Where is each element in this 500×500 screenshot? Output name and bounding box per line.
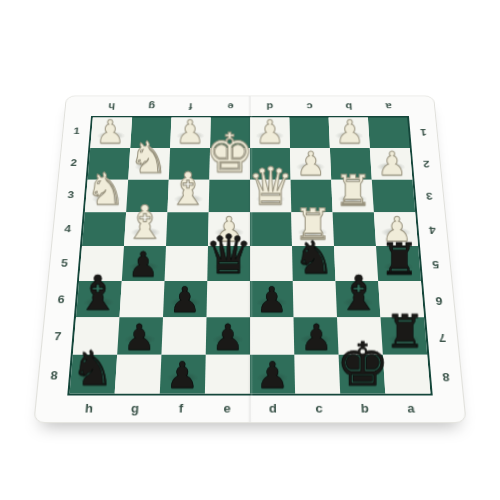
square-e3[interactable] bbox=[209, 180, 250, 213]
square-d6[interactable]: ♟ bbox=[250, 281, 293, 317]
white-bishop-f3[interactable]: ♝ bbox=[168, 169, 209, 212]
square-b6[interactable]: ♝ bbox=[335, 281, 380, 317]
rank-label-right-1: 1 bbox=[411, 116, 436, 147]
file-label-bottom-c: c bbox=[296, 397, 343, 420]
file-label-top-e: e bbox=[210, 98, 250, 115]
square-f8[interactable]: ♟ bbox=[160, 355, 206, 394]
square-f4[interactable] bbox=[166, 212, 209, 246]
square-h3[interactable]: ♞ bbox=[85, 180, 128, 213]
file-label-bottom-e: e bbox=[204, 397, 250, 420]
square-f7[interactable] bbox=[161, 317, 206, 354]
square-f5[interactable] bbox=[165, 246, 208, 281]
file-label-bottom-d: d bbox=[250, 397, 296, 420]
white-pawn-c2[interactable]: ♟ bbox=[296, 148, 325, 179]
square-a3[interactable] bbox=[372, 180, 415, 213]
square-a8[interactable] bbox=[383, 355, 431, 394]
rank-label-right-7: 7 bbox=[428, 318, 457, 356]
square-d4[interactable] bbox=[250, 212, 292, 246]
white-pawn-h1[interactable]: ♟ bbox=[96, 117, 125, 148]
file-label-top-g: g bbox=[131, 98, 171, 115]
rank-label-right-2: 2 bbox=[413, 147, 439, 179]
square-f3[interactable]: ♝ bbox=[167, 180, 209, 213]
square-c2[interactable]: ♟ bbox=[290, 148, 331, 180]
white-knight-h3[interactable]: ♞ bbox=[86, 169, 126, 211]
file-label-top-f: f bbox=[171, 98, 211, 115]
square-c7[interactable]: ♟ bbox=[293, 317, 338, 354]
white-rook-b3[interactable]: ♜ bbox=[334, 171, 372, 211]
square-d1[interactable]: ♟ bbox=[250, 118, 290, 149]
square-b8[interactable]: ♚ bbox=[339, 355, 386, 394]
black-king-b8[interactable]: ♚ bbox=[336, 335, 390, 392]
rank-label-left-3: 3 bbox=[57, 179, 83, 212]
file-label-top-h: h bbox=[91, 98, 132, 115]
square-d3[interactable]: ♛ bbox=[250, 180, 291, 213]
square-g4[interactable]: ♝ bbox=[124, 212, 167, 246]
file-label-bottom-b: b bbox=[341, 397, 388, 420]
square-e5[interactable]: ♛ bbox=[207, 246, 250, 281]
file-labels-top: hgfedcba bbox=[91, 98, 409, 115]
square-h4[interactable] bbox=[82, 212, 126, 246]
rank-label-right-8: 8 bbox=[431, 356, 460, 395]
rank-label-right-4: 4 bbox=[419, 212, 446, 246]
black-rook-a7[interactable]: ♜ bbox=[385, 311, 426, 354]
black-bishop-h6[interactable]: ♝ bbox=[76, 271, 119, 316]
black-rook-a5[interactable]: ♜ bbox=[380, 239, 419, 281]
product-photo-scene: hgfedcba hgfedcba 12345678 12345678 ♟♟♟♟… bbox=[0, 0, 500, 500]
rank-label-left-2: 2 bbox=[61, 147, 87, 179]
square-g5[interactable]: ♟ bbox=[122, 246, 166, 281]
black-pawn-e7[interactable]: ♟ bbox=[212, 320, 244, 354]
square-e6[interactable] bbox=[207, 281, 250, 317]
file-label-top-a: a bbox=[368, 98, 409, 115]
square-d8[interactable]: ♟ bbox=[250, 355, 295, 394]
square-c5[interactable]: ♞ bbox=[292, 246, 335, 281]
black-pawn-d6[interactable]: ♟ bbox=[256, 283, 288, 316]
square-g2[interactable]: ♞ bbox=[128, 148, 170, 180]
black-queen-e5[interactable]: ♛ bbox=[204, 229, 252, 280]
square-b4[interactable] bbox=[333, 212, 376, 246]
file-label-top-b: b bbox=[329, 98, 369, 115]
file-label-top-c: c bbox=[289, 98, 329, 115]
black-pawn-g5[interactable]: ♟ bbox=[128, 247, 159, 280]
square-c8[interactable] bbox=[294, 355, 340, 394]
file-label-bottom-g: g bbox=[111, 397, 158, 420]
white-bishop-g4[interactable]: ♝ bbox=[124, 202, 165, 246]
white-pawn-f1[interactable]: ♟ bbox=[176, 117, 205, 148]
rank-label-left-6: 6 bbox=[47, 281, 75, 318]
rank-label-left-1: 1 bbox=[64, 116, 89, 147]
file-label-bottom-h: h bbox=[65, 397, 113, 420]
square-h1[interactable]: ♟ bbox=[90, 118, 132, 149]
black-pawn-f8[interactable]: ♟ bbox=[166, 358, 199, 393]
rank-label-right-6: 6 bbox=[425, 281, 453, 318]
square-a2[interactable]: ♟ bbox=[370, 148, 413, 180]
square-e8[interactable] bbox=[205, 355, 250, 394]
square-g8[interactable] bbox=[115, 355, 162, 394]
black-knight-h8[interactable]: ♞ bbox=[71, 347, 114, 393]
square-c6[interactable] bbox=[293, 281, 337, 317]
white-queen-d3[interactable]: ♛ bbox=[247, 162, 294, 211]
square-h6[interactable]: ♝ bbox=[76, 281, 122, 317]
square-g6[interactable] bbox=[120, 281, 165, 317]
black-knight-c5[interactable]: ♞ bbox=[294, 237, 335, 280]
file-label-bottom-f: f bbox=[158, 397, 205, 420]
rank-label-right-5: 5 bbox=[422, 246, 449, 281]
white-pawn-d1[interactable]: ♟ bbox=[255, 117, 284, 148]
chess-board-mat: hgfedcba hgfedcba 12345678 12345678 ♟♟♟♟… bbox=[33, 96, 466, 424]
white-pawn-a2[interactable]: ♟ bbox=[377, 148, 406, 179]
square-b1[interactable]: ♟ bbox=[329, 118, 370, 149]
square-h8[interactable]: ♞ bbox=[70, 355, 118, 394]
square-e2[interactable]: ♚ bbox=[209, 148, 250, 180]
rank-label-left-8: 8 bbox=[39, 356, 68, 395]
rank-label-left-7: 7 bbox=[43, 318, 72, 356]
black-pawn-g7[interactable]: ♟ bbox=[123, 320, 155, 354]
chess-board: ♟♟♟♟♞♚♟♟♞♝♛♜♝♟♜♟♟♛♞♜♝♟♟♝♟♟♟♜♞♟♟♚ bbox=[67, 116, 432, 395]
file-label-bottom-a: a bbox=[387, 397, 435, 420]
black-pawn-d8[interactable]: ♟ bbox=[256, 358, 289, 393]
square-d5[interactable] bbox=[250, 246, 293, 281]
rank-label-right-3: 3 bbox=[416, 179, 442, 212]
white-knight-g2[interactable]: ♞ bbox=[129, 138, 168, 179]
square-e7[interactable]: ♟ bbox=[206, 317, 250, 354]
square-f6[interactable]: ♟ bbox=[163, 281, 207, 317]
file-label-top-d: d bbox=[250, 98, 290, 115]
black-pawn-c7[interactable]: ♟ bbox=[300, 320, 332, 354]
rank-label-left-5: 5 bbox=[51, 246, 78, 281]
black-bishop-b6[interactable]: ♝ bbox=[337, 271, 380, 316]
square-d7[interactable] bbox=[250, 317, 294, 354]
square-b3[interactable]: ♜ bbox=[331, 180, 374, 213]
rank-label-left-4: 4 bbox=[54, 212, 81, 246]
square-a5[interactable]: ♜ bbox=[376, 246, 421, 281]
black-pawn-f6[interactable]: ♟ bbox=[169, 283, 201, 316]
white-pawn-b1[interactable]: ♟ bbox=[335, 117, 364, 148]
square-g7[interactable]: ♟ bbox=[117, 317, 163, 354]
